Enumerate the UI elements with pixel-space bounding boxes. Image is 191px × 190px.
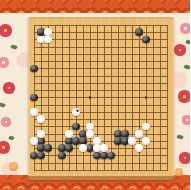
white-stone[interactable]	[128, 137, 136, 145]
pink-flower-icon	[1, 117, 11, 127]
white-stone[interactable]	[44, 28, 52, 36]
red-flower-icon	[3, 82, 15, 94]
black-stone[interactable]	[135, 28, 143, 36]
orange-flower-icon	[9, 162, 18, 171]
white-stone[interactable]	[86, 130, 94, 138]
orange-flower-icon	[175, 168, 183, 176]
pink-flower-icon	[182, 115, 190, 125]
white-stone[interactable]	[100, 144, 108, 152]
black-stone[interactable]	[65, 144, 73, 152]
white-stone[interactable]	[79, 144, 87, 152]
black-stone[interactable]	[30, 65, 38, 73]
white-stone[interactable]	[142, 123, 150, 131]
leaf-icon	[183, 64, 190, 70]
star-point	[145, 96, 147, 98]
black-stone[interactable]	[44, 144, 52, 152]
black-stone[interactable]	[142, 36, 150, 44]
leaf-icon	[185, 39, 190, 44]
pink-flower-icon	[180, 23, 191, 34]
leaf-icon	[8, 135, 14, 140]
black-stone[interactable]	[58, 152, 66, 160]
red-flower-icon	[0, 24, 12, 37]
leaf-icon	[0, 102, 6, 108]
white-stone[interactable]	[44, 36, 52, 44]
pink-flower-icon	[0, 57, 9, 68]
red-flower-icon	[178, 90, 191, 103]
white-stone[interactable]	[37, 115, 45, 123]
white-stone[interactable]	[142, 137, 150, 145]
black-stone[interactable]	[72, 123, 80, 131]
leaf-icon	[176, 134, 183, 140]
white-stone[interactable]	[30, 137, 38, 145]
white-stone[interactable]	[135, 130, 143, 138]
go-game-scene	[0, 0, 190, 190]
black-stone[interactable]	[30, 94, 38, 102]
leaf-icon	[10, 44, 17, 50]
red-flower-icon	[0, 141, 10, 154]
red-flower-icon	[174, 44, 186, 56]
scalloped-border-top	[0, 0, 190, 13]
star-point	[89, 96, 91, 98]
white-stone[interactable]	[65, 130, 73, 138]
black-stone[interactable]	[107, 152, 115, 160]
white-stone[interactable]	[30, 108, 38, 116]
red-flower-icon	[179, 152, 190, 164]
white-stone[interactable]	[37, 130, 45, 138]
white-stone[interactable]	[72, 108, 80, 116]
black-stone[interactable]	[37, 152, 45, 160]
white-stone[interactable]	[135, 144, 143, 152]
